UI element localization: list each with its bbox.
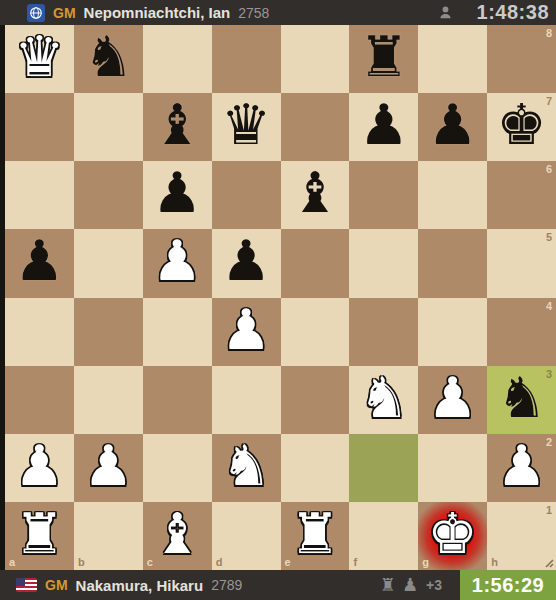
white-queen[interactable]: ♛ bbox=[14, 29, 64, 85]
material-advantage: +3 bbox=[426, 577, 442, 593]
captured-pawn-icon: ♟ bbox=[402, 576, 418, 594]
square-a1[interactable]: ♜a bbox=[5, 502, 74, 570]
square-d6[interactable] bbox=[212, 161, 281, 229]
rank-label-3: 3 bbox=[546, 369, 552, 380]
resize-handle-icon[interactable] bbox=[542, 556, 554, 568]
square-a6[interactable] bbox=[5, 161, 74, 229]
square-e7[interactable] bbox=[281, 93, 350, 161]
file-label-c: c bbox=[147, 557, 153, 568]
square-h6[interactable]: 6 bbox=[487, 161, 556, 229]
black-queen[interactable]: ♛ bbox=[221, 97, 271, 153]
rank-label-7: 7 bbox=[546, 96, 552, 107]
white-pawn[interactable]: ♟ bbox=[221, 302, 271, 358]
black-pawn[interactable]: ♟ bbox=[152, 165, 202, 221]
rank-label-8: 8 bbox=[546, 28, 552, 39]
square-c8[interactable] bbox=[143, 25, 212, 93]
square-e2[interactable] bbox=[281, 434, 350, 502]
square-c7[interactable]: ♝ bbox=[143, 93, 212, 161]
file-label-b: b bbox=[78, 557, 85, 568]
white-knight[interactable]: ♞ bbox=[359, 370, 409, 426]
square-f7[interactable]: ♟ bbox=[349, 93, 418, 161]
file-label-h: h bbox=[491, 557, 498, 568]
white-bishop[interactable]: ♝ bbox=[152, 506, 202, 562]
white-pawn[interactable]: ♟ bbox=[496, 438, 546, 494]
bottom-player-clock: 1:56:29 bbox=[460, 570, 556, 600]
square-a2[interactable]: ♟ bbox=[5, 434, 74, 502]
square-c1[interactable]: ♝c bbox=[143, 502, 212, 570]
square-g6[interactable] bbox=[418, 161, 487, 229]
square-g5[interactable] bbox=[418, 229, 487, 297]
top-player-clock: 1:48:38 bbox=[477, 1, 549, 24]
square-d8[interactable] bbox=[212, 25, 281, 93]
square-a7[interactable] bbox=[5, 93, 74, 161]
square-f4[interactable] bbox=[349, 298, 418, 366]
white-rook[interactable]: ♜ bbox=[14, 506, 64, 562]
black-knight[interactable]: ♞ bbox=[496, 370, 546, 426]
square-e8[interactable] bbox=[281, 25, 350, 93]
file-label-g: g bbox=[422, 557, 429, 568]
square-a4[interactable] bbox=[5, 298, 74, 366]
rank-label-2: 2 bbox=[546, 437, 552, 448]
square-c4[interactable] bbox=[143, 298, 212, 366]
square-f2[interactable] bbox=[349, 434, 418, 502]
square-b4[interactable] bbox=[74, 298, 143, 366]
square-h4[interactable]: 4 bbox=[487, 298, 556, 366]
black-bishop[interactable]: ♝ bbox=[290, 165, 340, 221]
bottom-player-rating: 2789 bbox=[211, 577, 242, 593]
top-player-rating: 2758 bbox=[238, 5, 269, 21]
square-d1[interactable]: d bbox=[212, 502, 281, 570]
white-pawn[interactable]: ♟ bbox=[428, 370, 478, 426]
square-h5[interactable]: 5 bbox=[487, 229, 556, 297]
square-f8[interactable]: ♜ bbox=[349, 25, 418, 93]
square-a5[interactable]: ♟ bbox=[5, 229, 74, 297]
black-bishop[interactable]: ♝ bbox=[152, 97, 202, 153]
square-b8[interactable]: ♞ bbox=[74, 25, 143, 93]
square-c6[interactable]: ♟ bbox=[143, 161, 212, 229]
square-f6[interactable] bbox=[349, 161, 418, 229]
square-d5[interactable]: ♟ bbox=[212, 229, 281, 297]
black-rook[interactable]: ♜ bbox=[359, 29, 409, 85]
bottom-player-title: GM bbox=[45, 577, 68, 593]
square-g1[interactable]: ♚g bbox=[418, 502, 487, 570]
square-h1[interactable]: 1h bbox=[487, 502, 556, 570]
black-pawn[interactable]: ♟ bbox=[14, 233, 64, 289]
spectator-icon bbox=[438, 5, 453, 20]
square-c2[interactable] bbox=[143, 434, 212, 502]
rank-label-4: 4 bbox=[546, 301, 552, 312]
top-player-bar: GM Nepomniachtchi, Ian 2758 1:48:38 bbox=[0, 0, 556, 25]
square-e3[interactable] bbox=[281, 366, 350, 434]
black-pawn[interactable]: ♟ bbox=[428, 97, 478, 153]
bottom-player-bar: GM Nakamura, Hikaru 2789 ♜ ♟ +3 1:56:29 bbox=[0, 570, 556, 600]
captured-rook-icon: ♜ bbox=[380, 576, 396, 594]
square-c3[interactable] bbox=[143, 366, 212, 434]
black-king[interactable]: ♚ bbox=[496, 97, 546, 153]
square-c5[interactable]: ♟ bbox=[143, 229, 212, 297]
black-pawn[interactable]: ♟ bbox=[359, 97, 409, 153]
square-b6[interactable] bbox=[74, 161, 143, 229]
square-e5[interactable] bbox=[281, 229, 350, 297]
black-knight[interactable]: ♞ bbox=[83, 29, 133, 85]
square-d2[interactable]: ♞ bbox=[212, 434, 281, 502]
square-a3[interactable] bbox=[5, 366, 74, 434]
square-b5[interactable] bbox=[74, 229, 143, 297]
square-h3[interactable]: ♞3 bbox=[487, 366, 556, 434]
square-g7[interactable]: ♟ bbox=[418, 93, 487, 161]
square-b3[interactable] bbox=[74, 366, 143, 434]
square-g3[interactable]: ♟ bbox=[418, 366, 487, 434]
board: ♛♞♜8♝♛♟♟♚7♟♝6♟♟♟5♟4♞♟♞3♟♟♞♟2♜ab♝cd♜ef♚g1… bbox=[5, 25, 556, 570]
square-e4[interactable] bbox=[281, 298, 350, 366]
top-player-title: GM bbox=[53, 5, 76, 21]
rank-label-5: 5 bbox=[546, 232, 552, 243]
square-b1[interactable]: b bbox=[74, 502, 143, 570]
usa-flag-icon bbox=[16, 578, 37, 592]
square-d7[interactable]: ♛ bbox=[212, 93, 281, 161]
square-d4[interactable]: ♟ bbox=[212, 298, 281, 366]
fide-flag-icon bbox=[27, 4, 45, 22]
square-h2[interactable]: ♟2 bbox=[487, 434, 556, 502]
square-f5[interactable] bbox=[349, 229, 418, 297]
square-a8[interactable]: ♛ bbox=[5, 25, 74, 93]
white-pawn[interactable]: ♟ bbox=[152, 233, 202, 289]
white-rook[interactable]: ♜ bbox=[290, 506, 340, 562]
chess-app: GM Nepomniachtchi, Ian 2758 1:48:38 ♛♞♜8… bbox=[0, 0, 556, 600]
top-player-name: Nepomniachtchi, Ian bbox=[84, 4, 231, 21]
square-e1[interactable]: ♜e bbox=[281, 502, 350, 570]
square-b2[interactable]: ♟ bbox=[74, 434, 143, 502]
square-h8[interactable]: 8 bbox=[487, 25, 556, 93]
white-pawn[interactable]: ♟ bbox=[14, 438, 64, 494]
file-label-e: e bbox=[285, 557, 291, 568]
square-b7[interactable] bbox=[74, 93, 143, 161]
black-pawn[interactable]: ♟ bbox=[221, 233, 271, 289]
globe-icon bbox=[29, 6, 43, 20]
file-label-d: d bbox=[216, 557, 223, 568]
square-g4[interactable] bbox=[418, 298, 487, 366]
square-e6[interactable]: ♝ bbox=[281, 161, 350, 229]
square-g8[interactable] bbox=[418, 25, 487, 93]
white-king[interactable]: ♚ bbox=[428, 506, 478, 562]
white-knight[interactable]: ♞ bbox=[221, 438, 271, 494]
square-h7[interactable]: ♚7 bbox=[487, 93, 556, 161]
square-d3[interactable] bbox=[212, 366, 281, 434]
square-f3[interactable]: ♞ bbox=[349, 366, 418, 434]
bottom-player-name: Nakamura, Hikaru bbox=[76, 577, 204, 594]
white-pawn[interactable]: ♟ bbox=[83, 438, 133, 494]
rank-label-1: 1 bbox=[546, 505, 552, 516]
rank-label-6: 6 bbox=[546, 164, 552, 175]
file-label-a: a bbox=[9, 557, 15, 568]
square-f1[interactable]: f bbox=[349, 502, 418, 570]
file-label-f: f bbox=[353, 557, 357, 568]
square-g2[interactable] bbox=[418, 434, 487, 502]
